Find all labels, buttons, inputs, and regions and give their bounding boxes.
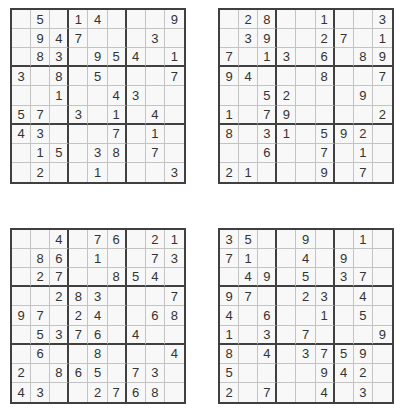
cell-r2c1 <box>12 29 31 48</box>
cell-r8c7 <box>127 144 146 163</box>
cell-r6c8 <box>354 326 373 345</box>
cell-r5c6 <box>316 86 335 105</box>
cell-r9c8: 8 <box>146 383 165 402</box>
cell-r9c1: 4 <box>12 383 31 402</box>
cell-r8c5 <box>296 144 315 163</box>
cell-r2c9 <box>373 249 392 268</box>
cell-r2c9: 1 <box>373 29 392 48</box>
cell-r3c2 <box>239 48 258 67</box>
cell-r3c6: 5 <box>108 48 127 67</box>
cell-r5c2 <box>31 86 50 105</box>
cell-r8c7: 4 <box>335 364 354 383</box>
cell-r7c2: 6 <box>31 345 50 364</box>
cell-r4c5 <box>296 67 315 86</box>
cell-r3c2: 2 <box>31 268 50 287</box>
cell-r1c5: 4 <box>88 10 107 29</box>
cell-r5c5 <box>296 306 315 325</box>
cell-r2c4: 7 <box>69 29 88 48</box>
cell-r5c9 <box>373 306 392 325</box>
cell-r5c9 <box>373 86 392 105</box>
cell-r1c4: 1 <box>69 10 88 29</box>
cell-r7c6 <box>108 345 127 364</box>
cell-r4c9 <box>373 287 392 306</box>
cell-r1c9: 9 <box>165 10 184 29</box>
cell-r6c9 <box>165 106 184 125</box>
cell-r2c8 <box>354 249 373 268</box>
cell-r1c7 <box>335 10 354 29</box>
cell-r8c1: 5 <box>220 364 239 383</box>
cell-r8c3: 5 <box>50 144 69 163</box>
cell-r2c7: 7 <box>335 29 354 48</box>
cell-r7c3 <box>50 345 69 364</box>
cell-r1c3 <box>258 230 277 249</box>
cell-r5c7 <box>127 306 146 325</box>
cell-r7c6: 7 <box>108 125 127 144</box>
cell-r4c8: 4 <box>354 287 373 306</box>
sudoku-board-top-left: 51499473839541385714357314437115387213 <box>10 8 186 184</box>
cell-r4c8 <box>354 67 373 86</box>
cell-r4c1 <box>12 287 31 306</box>
cell-r8c1 <box>12 144 31 163</box>
cell-r3c5 <box>88 268 107 287</box>
cell-r8c9 <box>373 364 392 383</box>
sudoku-board-bottom-right: 3591714949537972344615137984375959422743 <box>218 228 394 404</box>
cell-r6c3: 7 <box>258 106 277 125</box>
cell-r7c3: 3 <box>258 125 277 144</box>
cell-r9c5 <box>296 163 315 182</box>
cell-r6c7 <box>335 106 354 125</box>
cell-r4c8 <box>146 67 165 86</box>
cell-r9c9 <box>373 383 392 402</box>
cell-r1c9: 1 <box>165 230 184 249</box>
cell-r3c8: 4 <box>146 268 165 287</box>
cell-r6c9: 2 <box>373 106 392 125</box>
cell-r4c5: 3 <box>88 287 107 306</box>
cell-r3c2: 8 <box>31 48 50 67</box>
cell-r8c1: 2 <box>12 364 31 383</box>
cell-r6c2: 5 <box>31 326 50 345</box>
cell-r5c4 <box>277 306 296 325</box>
cell-r8c4: 6 <box>69 364 88 383</box>
cell-r8c5 <box>296 364 315 383</box>
cell-r5c7 <box>335 86 354 105</box>
cell-r7c4 <box>69 125 88 144</box>
cell-r9c6: 9 <box>316 163 335 182</box>
cell-r8c4 <box>277 364 296 383</box>
cell-r5c1: 4 <box>220 306 239 325</box>
cell-r6c5 <box>88 106 107 125</box>
cell-r2c6 <box>108 29 127 48</box>
cell-r4c2: 4 <box>239 67 258 86</box>
cell-r4c9: 7 <box>373 67 392 86</box>
cell-r1c4 <box>69 230 88 249</box>
cell-r7c9 <box>373 345 392 364</box>
cell-r1c9 <box>373 230 392 249</box>
cell-r7c9 <box>165 125 184 144</box>
cell-r1c1 <box>220 10 239 29</box>
cell-r4c9: 7 <box>165 287 184 306</box>
cell-r4c7 <box>335 287 354 306</box>
cell-r3c3: 7 <box>50 268 69 287</box>
cell-r2c2: 9 <box>31 29 50 48</box>
cell-r3c4 <box>277 268 296 287</box>
cell-r4c2 <box>31 287 50 306</box>
cell-r6c1: 5 <box>12 106 31 125</box>
cell-r7c1: 8 <box>220 345 239 364</box>
cell-r9c7 <box>335 163 354 182</box>
cell-r8c1 <box>220 144 239 163</box>
cell-r7c7: 9 <box>335 125 354 144</box>
cell-r8c2 <box>31 364 50 383</box>
cell-r8c6 <box>108 364 127 383</box>
cell-r9c3 <box>50 383 69 402</box>
cell-r1c4 <box>277 10 296 29</box>
cell-r5c1: 9 <box>12 306 31 325</box>
cell-r1c2: 5 <box>31 10 50 29</box>
cell-r4c5: 2 <box>296 287 315 306</box>
cell-r9c6: 7 <box>108 383 127 402</box>
cell-r6c6 <box>316 326 335 345</box>
cell-r7c4 <box>69 345 88 364</box>
cell-r2c2: 1 <box>239 249 258 268</box>
cell-r9c4 <box>69 383 88 402</box>
cell-r4c4: 8 <box>69 287 88 306</box>
cell-r2c4 <box>277 249 296 268</box>
cell-r4c1: 9 <box>220 287 239 306</box>
cell-r6c8 <box>146 326 165 345</box>
cell-r7c4: 1 <box>277 125 296 144</box>
cell-r9c4 <box>277 383 296 402</box>
cell-r5c4 <box>69 86 88 105</box>
cell-r9c6 <box>108 163 127 182</box>
cell-r9c2: 3 <box>31 383 50 402</box>
cell-r1c6 <box>316 230 335 249</box>
cell-r8c7: 7 <box>127 364 146 383</box>
cell-r6c9 <box>165 326 184 345</box>
cell-r7c8 <box>146 345 165 364</box>
cell-r7c8: 2 <box>354 125 373 144</box>
cell-r1c7 <box>335 230 354 249</box>
cell-r3c6: 8 <box>108 268 127 287</box>
cell-r5c8: 5 <box>354 306 373 325</box>
cell-r9c3: 7 <box>258 383 277 402</box>
cell-r4c3 <box>258 287 277 306</box>
cell-r1c6: 6 <box>108 230 127 249</box>
cell-r6c3: 3 <box>258 326 277 345</box>
cell-r4c9: 7 <box>165 67 184 86</box>
cell-r9c4 <box>69 163 88 182</box>
cell-r7c6: 7 <box>316 345 335 364</box>
cell-r5c5: 4 <box>88 306 107 325</box>
cell-r5c8: 6 <box>146 306 165 325</box>
cell-r8c6: 9 <box>316 364 335 383</box>
cell-r6c9: 9 <box>373 326 392 345</box>
cell-r5c3: 1 <box>50 86 69 105</box>
cell-r3c4: 3 <box>277 48 296 67</box>
cell-r3c1 <box>220 268 239 287</box>
cell-r4c6 <box>108 67 127 86</box>
cell-r2c6 <box>316 249 335 268</box>
cell-r7c5: 3 <box>296 345 315 364</box>
cell-r1c3: 4 <box>50 230 69 249</box>
cell-r1c8: 1 <box>354 230 373 249</box>
cell-r4c1: 9 <box>220 67 239 86</box>
cell-r5c2: 7 <box>31 306 50 325</box>
cell-r1c3: 8 <box>258 10 277 29</box>
cell-r8c2: 1 <box>31 144 50 163</box>
cell-r1c1 <box>12 230 31 249</box>
cell-r1c2 <box>31 230 50 249</box>
cell-r5c6 <box>108 306 127 325</box>
cell-r9c3 <box>50 163 69 182</box>
cell-r1c7 <box>127 10 146 29</box>
cell-r9c1: 2 <box>220 163 239 182</box>
cell-r4c4 <box>277 287 296 306</box>
cell-r8c3: 6 <box>258 144 277 163</box>
cell-r9c1 <box>12 163 31 182</box>
cell-r3c9 <box>373 268 392 287</box>
cell-r7c3 <box>50 125 69 144</box>
cell-r6c4: 9 <box>277 106 296 125</box>
cell-r4c6 <box>108 287 127 306</box>
cell-r3c6: 6 <box>316 48 335 67</box>
sudoku-sheet: 51499473839541385714357314437115387213 2… <box>0 0 400 408</box>
cell-r3c5: 9 <box>88 48 107 67</box>
cell-r9c5 <box>296 383 315 402</box>
cell-r6c4 <box>277 326 296 345</box>
cell-r4c4 <box>69 67 88 86</box>
cell-r1c4 <box>277 230 296 249</box>
sudoku-board-top-right: 281339271713689948752917928315926712197 <box>218 8 394 184</box>
cell-r6c2: 7 <box>31 106 50 125</box>
cell-r6c2 <box>239 326 258 345</box>
cell-r6c8: 4 <box>146 106 165 125</box>
cell-r6c6 <box>316 106 335 125</box>
cell-r2c6: 2 <box>316 29 335 48</box>
cell-r5c6: 1 <box>316 306 335 325</box>
cell-r7c9 <box>373 125 392 144</box>
cell-r4c2 <box>31 67 50 86</box>
cell-r2c9 <box>165 29 184 48</box>
cell-r5c7: 3 <box>127 86 146 105</box>
cell-r8c8: 1 <box>354 144 373 163</box>
cell-r8c8: 3 <box>146 364 165 383</box>
cell-r9c7 <box>335 383 354 402</box>
cell-r9c9: 3 <box>165 163 184 182</box>
cell-r7c9: 4 <box>165 345 184 364</box>
cell-r8c7 <box>335 144 354 163</box>
cell-r1c5: 7 <box>88 230 107 249</box>
cell-r6c4: 3 <box>69 106 88 125</box>
cell-r6c3 <box>50 106 69 125</box>
cell-r7c7 <box>127 125 146 144</box>
cell-r6c5: 7 <box>296 326 315 345</box>
cell-r9c8: 7 <box>354 163 373 182</box>
cell-r8c3: 8 <box>50 364 69 383</box>
cell-r2c1 <box>12 249 31 268</box>
cell-r9c7 <box>127 163 146 182</box>
cell-r7c5: 8 <box>88 345 107 364</box>
cell-r2c2: 3 <box>239 29 258 48</box>
cell-r5c3: 6 <box>258 306 277 325</box>
cell-r2c4 <box>69 249 88 268</box>
cell-r7c8: 9 <box>354 345 373 364</box>
cell-r9c6: 4 <box>316 383 335 402</box>
cell-r5c7 <box>335 306 354 325</box>
cell-r6c5 <box>296 106 315 125</box>
cell-r3c1: 7 <box>220 48 239 67</box>
cell-r7c2 <box>239 125 258 144</box>
cell-r3c1 <box>12 268 31 287</box>
cell-r3c7: 3 <box>335 268 354 287</box>
cell-r1c3 <box>50 10 69 29</box>
sudoku-board-bottom-left: 4762186173278542837972468537646842865734… <box>10 228 186 404</box>
cell-r8c4 <box>69 144 88 163</box>
cell-r1c6 <box>108 10 127 29</box>
cell-r5c1 <box>12 86 31 105</box>
cell-r4c3: 2 <box>50 287 69 306</box>
cell-r2c4 <box>277 29 296 48</box>
cell-r4c8 <box>146 287 165 306</box>
cell-r6c7: 4 <box>127 326 146 345</box>
cell-r3c4 <box>69 48 88 67</box>
cell-r3c8: 8 <box>354 48 373 67</box>
cell-r3c5: 5 <box>296 268 315 287</box>
cell-r3c7: 5 <box>127 268 146 287</box>
cell-r8c4 <box>277 144 296 163</box>
cell-r2c1 <box>220 29 239 48</box>
cell-r7c8: 1 <box>146 125 165 144</box>
cell-r7c7 <box>127 345 146 364</box>
cell-r3c9 <box>165 268 184 287</box>
cell-r5c5 <box>296 86 315 105</box>
cell-r8c2 <box>239 364 258 383</box>
cell-r4c5: 5 <box>88 67 107 86</box>
cell-r7c1: 8 <box>220 125 239 144</box>
cell-r5c2 <box>239 306 258 325</box>
cell-r8c8: 2 <box>354 364 373 383</box>
cell-r7c2 <box>239 345 258 364</box>
cell-r1c8 <box>354 10 373 29</box>
cell-r4c2: 7 <box>239 287 258 306</box>
cell-r2c5: 1 <box>88 249 107 268</box>
cell-r9c8 <box>146 163 165 182</box>
cell-r2c5: 4 <box>296 249 315 268</box>
cell-r3c9: 9 <box>373 48 392 67</box>
cell-r1c6: 1 <box>316 10 335 29</box>
cell-r6c3: 3 <box>50 326 69 345</box>
cell-r4c6: 8 <box>316 67 335 86</box>
cell-r1c7 <box>127 230 146 249</box>
cell-r3c8: 7 <box>354 268 373 287</box>
cell-r9c5: 2 <box>88 383 107 402</box>
cell-r1c9: 3 <box>373 10 392 29</box>
cell-r7c6: 5 <box>316 125 335 144</box>
cell-r8c6: 7 <box>316 144 335 163</box>
cell-r3c3: 3 <box>50 48 69 67</box>
cell-r2c3 <box>258 249 277 268</box>
cell-r4c1: 3 <box>12 67 31 86</box>
cell-r5c9: 8 <box>165 306 184 325</box>
cell-r2c6 <box>108 249 127 268</box>
cell-r5c1 <box>220 86 239 105</box>
cell-r8c2 <box>239 144 258 163</box>
cell-r2c7: 9 <box>335 249 354 268</box>
cell-r5c8: 9 <box>354 86 373 105</box>
cell-r6c8 <box>354 106 373 125</box>
cell-r4c3 <box>258 67 277 86</box>
cell-r4c7 <box>127 287 146 306</box>
cell-r9c7: 6 <box>127 383 146 402</box>
cell-r3c4 <box>69 268 88 287</box>
cell-r6c7 <box>127 106 146 125</box>
cell-r9c5: 1 <box>88 163 107 182</box>
cell-r8c6: 8 <box>108 144 127 163</box>
cell-r7c7: 5 <box>335 345 354 364</box>
cell-r2c2: 8 <box>31 249 50 268</box>
cell-r4c3: 8 <box>50 67 69 86</box>
cell-r6c6: 1 <box>108 106 127 125</box>
cell-r3c1 <box>12 48 31 67</box>
cell-r7c2: 3 <box>31 125 50 144</box>
cell-r2c5 <box>88 29 107 48</box>
cell-r4c7 <box>127 67 146 86</box>
cell-r2c3: 4 <box>50 29 69 48</box>
cell-r2c7 <box>127 29 146 48</box>
cell-r8c3 <box>258 364 277 383</box>
cell-r5c3 <box>50 306 69 325</box>
cell-r5c9 <box>165 86 184 105</box>
cell-r1c8 <box>146 10 165 29</box>
cell-r5c4: 2 <box>277 86 296 105</box>
cell-r7c5 <box>88 125 107 144</box>
cell-r1c2: 2 <box>239 10 258 29</box>
cell-r5c8 <box>146 86 165 105</box>
cell-r7c3: 4 <box>258 345 277 364</box>
cell-r6c1: 1 <box>220 326 239 345</box>
cell-r7c5 <box>296 125 315 144</box>
cell-r7c1: 4 <box>12 125 31 144</box>
cell-r2c9: 3 <box>165 249 184 268</box>
cell-r3c5 <box>296 48 315 67</box>
cell-r2c5 <box>296 29 315 48</box>
cell-r3c6 <box>316 268 335 287</box>
cell-r9c2 <box>239 383 258 402</box>
cell-r3c2: 4 <box>239 268 258 287</box>
cell-r2c8: 3 <box>146 29 165 48</box>
cell-r8c5: 5 <box>88 364 107 383</box>
cell-r6c6 <box>108 326 127 345</box>
cell-r3c7: 4 <box>127 48 146 67</box>
cell-r1c5 <box>296 10 315 29</box>
cell-r4c6: 3 <box>316 287 335 306</box>
cell-r4c7 <box>335 67 354 86</box>
cell-r7c1 <box>12 345 31 364</box>
cell-r5c4: 2 <box>69 306 88 325</box>
cell-r2c8: 7 <box>146 249 165 268</box>
cell-r2c3: 9 <box>258 29 277 48</box>
cell-r2c3: 6 <box>50 249 69 268</box>
cell-r1c8: 2 <box>146 230 165 249</box>
cell-r8c8: 7 <box>146 144 165 163</box>
cell-r2c1: 7 <box>220 249 239 268</box>
cell-r8c9 <box>165 144 184 163</box>
cell-r9c1: 2 <box>220 383 239 402</box>
cell-r6c7 <box>335 326 354 345</box>
cell-r5c2 <box>239 86 258 105</box>
cell-r3c8 <box>146 48 165 67</box>
cell-r9c4 <box>277 163 296 182</box>
